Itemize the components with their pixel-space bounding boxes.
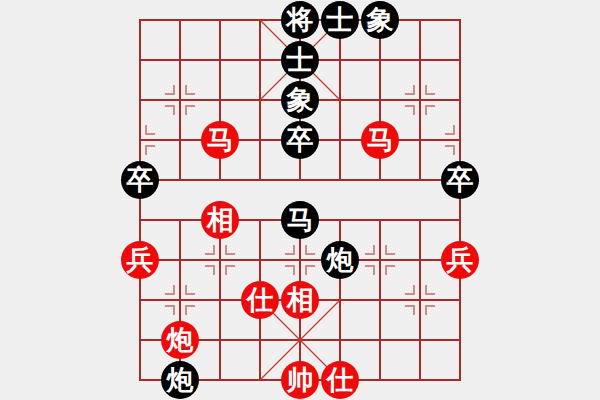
point-marker <box>365 265 375 275</box>
point-marker <box>285 245 295 255</box>
grid-line-file-7-bottom <box>379 219 381 381</box>
piece-black-cannon[interactable]: 炮 <box>161 361 199 399</box>
point-marker <box>445 125 455 135</box>
app-background: 将士象士象马卒马卒卒相马兵炮兵仕相炮炮帅仕 <box>0 0 600 400</box>
point-marker <box>165 105 175 115</box>
point-marker <box>185 105 195 115</box>
piece-black-elephant[interactable]: 象 <box>281 81 319 119</box>
piece-red-soldier[interactable]: 兵 <box>121 241 159 279</box>
point-marker <box>385 245 395 255</box>
piece-red-general[interactable]: 帅 <box>281 361 319 399</box>
piece-black-soldier[interactable]: 卒 <box>121 161 159 199</box>
piece-black-soldier[interactable]: 卒 <box>281 121 319 159</box>
point-marker <box>405 105 415 115</box>
point-marker <box>285 265 295 275</box>
piece-black-advisor[interactable]: 士 <box>321 1 359 39</box>
grid-line-file-3-bottom <box>219 219 221 381</box>
point-marker <box>365 245 375 255</box>
point-marker <box>185 305 195 315</box>
point-marker <box>205 245 215 255</box>
grid-line-file-6-top <box>339 19 341 181</box>
point-marker <box>425 105 435 115</box>
point-marker <box>425 285 435 295</box>
piece-black-cannon[interactable]: 炮 <box>321 241 359 279</box>
grid-line-file-4-top <box>259 19 261 181</box>
point-marker <box>305 265 315 275</box>
point-marker <box>185 85 195 95</box>
piece-black-soldier[interactable]: 卒 <box>441 161 479 199</box>
point-marker <box>385 265 395 275</box>
point-marker <box>165 285 175 295</box>
piece-black-horse[interactable]: 马 <box>281 201 319 239</box>
piece-red-advisor[interactable]: 仕 <box>241 281 279 319</box>
point-marker <box>405 285 415 295</box>
point-marker <box>205 265 215 275</box>
grid-line-file-8-top <box>419 19 421 181</box>
point-marker <box>165 305 175 315</box>
piece-red-advisor[interactable]: 仕 <box>321 361 359 399</box>
point-marker <box>425 305 435 315</box>
point-marker <box>225 265 235 275</box>
piece-red-cannon[interactable]: 炮 <box>161 321 199 359</box>
point-marker <box>405 85 415 95</box>
grid-line-file-1 <box>139 19 141 381</box>
point-marker <box>145 125 155 135</box>
piece-red-soldier[interactable]: 兵 <box>441 241 479 279</box>
grid-line-file-2-top <box>179 19 181 181</box>
point-marker <box>185 285 195 295</box>
piece-red-elephant[interactable]: 相 <box>201 201 239 239</box>
piece-black-general[interactable]: 将 <box>281 1 319 39</box>
xiangqi-board[interactable]: 将士象士象马卒马卒卒相马兵炮兵仕相炮炮帅仕 <box>0 0 600 400</box>
piece-black-advisor[interactable]: 士 <box>281 41 319 79</box>
point-marker <box>425 85 435 95</box>
piece-black-elephant[interactable]: 象 <box>361 1 399 39</box>
grid-line-file-8-bottom <box>419 219 421 381</box>
piece-red-elephant[interactable]: 相 <box>281 281 319 319</box>
point-marker <box>305 245 315 255</box>
point-marker <box>145 145 155 155</box>
point-marker <box>165 85 175 95</box>
point-marker <box>405 305 415 315</box>
piece-red-horse[interactable]: 马 <box>361 121 399 159</box>
point-marker <box>225 245 235 255</box>
point-marker <box>445 145 455 155</box>
piece-red-horse[interactable]: 马 <box>201 121 239 159</box>
grid-line-file-9 <box>459 19 461 381</box>
